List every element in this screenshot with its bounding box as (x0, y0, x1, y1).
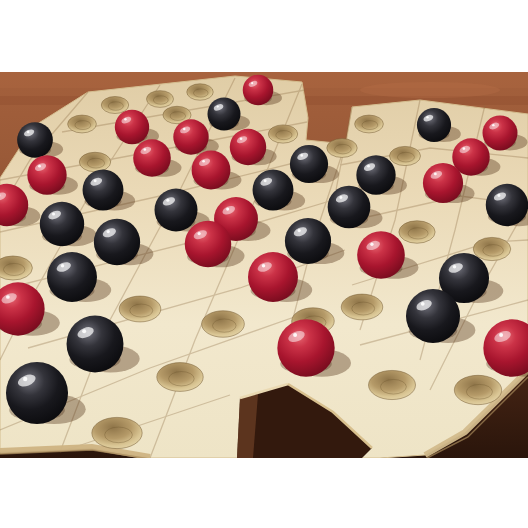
empty-socket[interactable] (390, 146, 421, 165)
empty-socket[interactable] (454, 375, 501, 404)
empty-socket[interactable] (341, 294, 383, 320)
empty-socket[interactable] (268, 125, 297, 143)
empty-socket[interactable] (399, 221, 435, 243)
empty-socket[interactable] (369, 370, 416, 399)
empty-socket[interactable] (0, 256, 32, 280)
black-marble[interactable] (486, 184, 528, 226)
empty-socket[interactable] (355, 115, 384, 133)
empty-socket[interactable] (187, 84, 213, 100)
table-streak (360, 82, 500, 98)
bottom-margin (0, 458, 528, 528)
board-scene (0, 0, 528, 528)
empty-socket[interactable] (147, 91, 174, 108)
empty-socket[interactable] (119, 296, 161, 322)
empty-socket[interactable] (68, 115, 97, 133)
empty-socket[interactable] (157, 363, 203, 392)
top-margin (0, 0, 528, 72)
empty-socket[interactable] (327, 139, 357, 158)
empty-socket[interactable] (202, 311, 245, 337)
kulami-product-photo (0, 0, 528, 528)
empty-socket[interactable] (79, 152, 110, 171)
empty-socket[interactable] (473, 237, 510, 260)
empty-socket[interactable] (92, 417, 142, 448)
empty-socket[interactable] (101, 97, 128, 114)
